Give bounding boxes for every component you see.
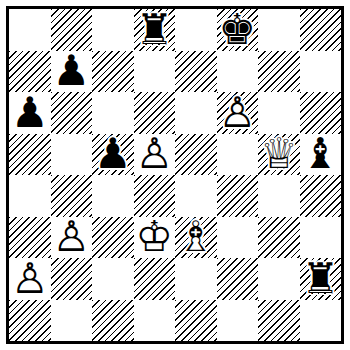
chess-diagram: ♜♜♚♚♟♟♟♟♟♙♟♟♟♙♛♕♝♝♟♙♚♔♝♗♟♙♜♜ bbox=[6, 6, 344, 344]
piece-white-king-d3: ♔ bbox=[134, 217, 176, 259]
square-f1[interactable] bbox=[217, 300, 259, 342]
piece-black-pawn-a6: ♟ bbox=[9, 92, 51, 134]
piece-white-pawn-b3: ♙ bbox=[51, 217, 93, 259]
square-e3[interactable]: ♝♗ bbox=[175, 217, 217, 259]
white-bishop-halo: ♝ bbox=[175, 217, 217, 259]
square-c6[interactable] bbox=[92, 92, 134, 134]
square-c7[interactable] bbox=[92, 51, 134, 93]
black-rook-halo: ♜ bbox=[134, 9, 176, 51]
square-e8[interactable] bbox=[175, 9, 217, 51]
square-f5[interactable] bbox=[217, 134, 259, 176]
square-h7[interactable] bbox=[300, 51, 342, 93]
square-h3[interactable] bbox=[300, 217, 342, 259]
chessboard: ♜♜♚♚♟♟♟♟♟♙♟♟♟♙♛♕♝♝♟♙♚♔♝♗♟♙♜♜ bbox=[6, 6, 344, 344]
square-b6[interactable] bbox=[51, 92, 93, 134]
piece-white-pawn-d5: ♙ bbox=[134, 134, 176, 176]
piece-white-pawn-f6: ♙ bbox=[217, 92, 259, 134]
square-h5[interactable]: ♝♝ bbox=[300, 134, 342, 176]
white-pawn-halo: ♟ bbox=[134, 134, 176, 176]
square-e4[interactable] bbox=[175, 175, 217, 217]
square-h4[interactable] bbox=[300, 175, 342, 217]
square-f8[interactable]: ♚♚ bbox=[217, 9, 259, 51]
square-d7[interactable] bbox=[134, 51, 176, 93]
square-f3[interactable] bbox=[217, 217, 259, 259]
square-b2[interactable] bbox=[51, 258, 93, 300]
square-g6[interactable] bbox=[258, 92, 300, 134]
piece-black-rook-d8: ♜ bbox=[134, 9, 176, 51]
square-g5[interactable]: ♛♕ bbox=[258, 134, 300, 176]
square-g7[interactable] bbox=[258, 51, 300, 93]
square-b5[interactable] bbox=[51, 134, 93, 176]
square-a6[interactable]: ♟♟ bbox=[9, 92, 51, 134]
piece-black-pawn-b7: ♟ bbox=[51, 51, 93, 93]
square-c1[interactable] bbox=[92, 300, 134, 342]
piece-black-pawn-c5: ♟ bbox=[92, 134, 134, 176]
square-c5[interactable]: ♟♟ bbox=[92, 134, 134, 176]
square-e1[interactable] bbox=[175, 300, 217, 342]
square-b4[interactable] bbox=[51, 175, 93, 217]
square-c4[interactable] bbox=[92, 175, 134, 217]
black-pawn-halo: ♟ bbox=[92, 134, 134, 176]
square-e7[interactable] bbox=[175, 51, 217, 93]
square-d4[interactable] bbox=[134, 175, 176, 217]
square-g1[interactable] bbox=[258, 300, 300, 342]
square-h2[interactable]: ♜♜ bbox=[300, 258, 342, 300]
square-d8[interactable]: ♜♜ bbox=[134, 9, 176, 51]
square-f4[interactable] bbox=[217, 175, 259, 217]
square-a7[interactable] bbox=[9, 51, 51, 93]
black-pawn-halo: ♟ bbox=[51, 51, 93, 93]
square-g3[interactable] bbox=[258, 217, 300, 259]
square-b3[interactable]: ♟♙ bbox=[51, 217, 93, 259]
square-a1[interactable] bbox=[9, 300, 51, 342]
piece-white-queen-g5: ♕ bbox=[258, 134, 300, 176]
white-pawn-halo: ♟ bbox=[9, 258, 51, 300]
black-king-halo: ♚ bbox=[217, 9, 259, 51]
square-c3[interactable] bbox=[92, 217, 134, 259]
piece-black-bishop-h5: ♝ bbox=[300, 134, 342, 176]
white-pawn-halo: ♟ bbox=[217, 92, 259, 134]
square-h1[interactable] bbox=[300, 300, 342, 342]
square-f6[interactable]: ♟♙ bbox=[217, 92, 259, 134]
piece-black-rook-h2: ♜ bbox=[300, 258, 342, 300]
square-e2[interactable] bbox=[175, 258, 217, 300]
black-rook-halo: ♜ bbox=[300, 258, 342, 300]
square-d3[interactable]: ♚♔ bbox=[134, 217, 176, 259]
square-b8[interactable] bbox=[51, 9, 93, 51]
square-a3[interactable] bbox=[9, 217, 51, 259]
square-f7[interactable] bbox=[217, 51, 259, 93]
piece-white-bishop-e3: ♗ bbox=[175, 217, 217, 259]
black-pawn-halo: ♟ bbox=[9, 92, 51, 134]
square-b1[interactable] bbox=[51, 300, 93, 342]
square-g2[interactable] bbox=[258, 258, 300, 300]
square-g4[interactable] bbox=[258, 175, 300, 217]
square-d5[interactable]: ♟♙ bbox=[134, 134, 176, 176]
square-c8[interactable] bbox=[92, 9, 134, 51]
square-c2[interactable] bbox=[92, 258, 134, 300]
square-h8[interactable] bbox=[300, 9, 342, 51]
white-pawn-halo: ♟ bbox=[51, 217, 93, 259]
square-e6[interactable] bbox=[175, 92, 217, 134]
square-h6[interactable] bbox=[300, 92, 342, 134]
square-e5[interactable] bbox=[175, 134, 217, 176]
white-queen-halo: ♛ bbox=[258, 134, 300, 176]
square-a5[interactable] bbox=[9, 134, 51, 176]
square-b7[interactable]: ♟♟ bbox=[51, 51, 93, 93]
square-f2[interactable] bbox=[217, 258, 259, 300]
square-g8[interactable] bbox=[258, 9, 300, 51]
square-a2[interactable]: ♟♙ bbox=[9, 258, 51, 300]
square-d6[interactable] bbox=[134, 92, 176, 134]
piece-white-pawn-a2: ♙ bbox=[9, 258, 51, 300]
black-bishop-halo: ♝ bbox=[300, 134, 342, 176]
square-d2[interactable] bbox=[134, 258, 176, 300]
square-a4[interactable] bbox=[9, 175, 51, 217]
square-a8[interactable] bbox=[9, 9, 51, 51]
square-d1[interactable] bbox=[134, 300, 176, 342]
white-king-halo: ♚ bbox=[134, 217, 176, 259]
piece-black-king-f8: ♚ bbox=[217, 9, 259, 51]
